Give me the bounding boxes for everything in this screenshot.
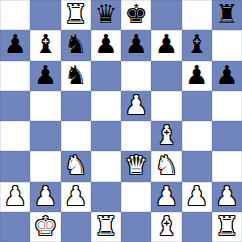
piece-white-pawn: ♟ <box>124 91 147 120</box>
piece-black-bishop: ♝ <box>185 30 208 59</box>
square-h1[interactable]: ♜ <box>212 212 242 242</box>
piece-black-knight: ♞ <box>64 30 87 59</box>
square-a1[interactable] <box>0 212 30 242</box>
piece-white-knight: ♞ <box>64 151 87 180</box>
square-d1[interactable]: ♜ <box>91 212 121 242</box>
square-e5[interactable]: ♟ <box>121 91 151 121</box>
piece-white-pawn: ♟ <box>155 182 178 211</box>
square-e1[interactable] <box>121 212 151 242</box>
square-g7[interactable]: ♝ <box>182 30 212 60</box>
piece-white-pawn: ♟ <box>34 182 57 211</box>
square-a3[interactable] <box>0 151 30 181</box>
piece-black-pawn: ♟ <box>215 61 238 90</box>
square-d6[interactable] <box>91 61 121 91</box>
square-g4[interactable] <box>182 121 212 151</box>
square-e2[interactable] <box>121 182 151 212</box>
square-e6[interactable] <box>121 61 151 91</box>
square-g3[interactable] <box>182 151 212 181</box>
square-c7[interactable]: ♞ <box>61 30 91 60</box>
piece-black-pawn: ♟ <box>185 61 208 90</box>
square-g6[interactable]: ♟ <box>182 61 212 91</box>
square-f2[interactable]: ♟ <box>151 182 181 212</box>
square-a2[interactable]: ♟ <box>0 182 30 212</box>
square-c5[interactable] <box>61 91 91 121</box>
square-g2[interactable]: ♟ <box>182 182 212 212</box>
piece-black-queen: ♛ <box>94 0 117 29</box>
piece-black-pawn: ♟ <box>3 30 26 59</box>
piece-black-pawn: ♟ <box>94 30 117 59</box>
piece-white-rook: ♜ <box>64 0 87 29</box>
square-f6[interactable] <box>151 61 181 91</box>
piece-white-bishop: ♝ <box>155 121 178 150</box>
square-f7[interactable]: ♟ <box>151 30 181 60</box>
square-a7[interactable]: ♟ <box>0 30 30 60</box>
square-h8[interactable]: ♜ <box>212 0 242 30</box>
piece-white-pawn: ♟ <box>215 182 238 211</box>
piece-black-rook: ♜ <box>215 0 238 29</box>
piece-black-pawn: ♟ <box>155 30 178 59</box>
piece-white-pawn: ♟ <box>64 182 87 211</box>
square-a6[interactable] <box>0 61 30 91</box>
square-c1[interactable] <box>61 212 91 242</box>
piece-white-rook: ♜ <box>94 212 117 241</box>
piece-white-bishop: ♝ <box>155 212 178 241</box>
square-b4[interactable] <box>30 121 60 151</box>
square-e7[interactable]: ♟ <box>121 30 151 60</box>
square-b3[interactable] <box>30 151 60 181</box>
square-h4[interactable] <box>212 121 242 151</box>
square-d2[interactable] <box>91 182 121 212</box>
square-e4[interactable] <box>121 121 151 151</box>
square-c6[interactable]: ♞ <box>61 61 91 91</box>
square-b6[interactable]: ♟ <box>30 61 60 91</box>
square-c2[interactable]: ♟ <box>61 182 91 212</box>
piece-white-king: ♚ <box>34 212 57 241</box>
square-d4[interactable] <box>91 121 121 151</box>
square-e8[interactable]: ♚ <box>121 0 151 30</box>
square-a4[interactable] <box>0 121 30 151</box>
square-b5[interactable] <box>30 91 60 121</box>
square-g8[interactable] <box>182 0 212 30</box>
piece-black-knight: ♞ <box>64 61 87 90</box>
square-f8[interactable] <box>151 0 181 30</box>
square-c8[interactable]: ♜ <box>61 0 91 30</box>
piece-white-rook: ♜ <box>215 212 238 241</box>
square-d5[interactable] <box>91 91 121 121</box>
square-f5[interactable] <box>151 91 181 121</box>
piece-black-pawn: ♟ <box>124 30 147 59</box>
square-h3[interactable] <box>212 151 242 181</box>
square-f3[interactable]: ♞ <box>151 151 181 181</box>
square-h7[interactable] <box>212 30 242 60</box>
square-c3[interactable]: ♞ <box>61 151 91 181</box>
piece-white-pawn: ♟ <box>3 182 26 211</box>
square-a5[interactable] <box>0 91 30 121</box>
square-d3[interactable] <box>91 151 121 181</box>
square-e3[interactable]: ♛ <box>121 151 151 181</box>
square-g1[interactable] <box>182 212 212 242</box>
square-a8[interactable] <box>0 0 30 30</box>
piece-white-pawn: ♟ <box>185 182 208 211</box>
square-b1[interactable]: ♚ <box>30 212 60 242</box>
square-h5[interactable] <box>212 91 242 121</box>
piece-white-knight: ♞ <box>155 151 178 180</box>
square-d8[interactable]: ♛ <box>91 0 121 30</box>
square-b2[interactable]: ♟ <box>30 182 60 212</box>
square-f4[interactable]: ♝ <box>151 121 181 151</box>
square-f1[interactable]: ♝ <box>151 212 181 242</box>
square-b8[interactable] <box>30 0 60 30</box>
square-d7[interactable]: ♟ <box>91 30 121 60</box>
square-g5[interactable] <box>182 91 212 121</box>
chess-board: ♜♛♚♜♟♝♞♟♟♟♝♟♞♟♟♟♝♞♛♞♟♟♟♟♟♟♚♜♝♜ <box>0 0 242 242</box>
piece-black-pawn: ♟ <box>34 61 57 90</box>
square-b7[interactable]: ♝ <box>30 30 60 60</box>
square-h2[interactable]: ♟ <box>212 182 242 212</box>
square-c4[interactable] <box>61 121 91 151</box>
square-h6[interactable]: ♟ <box>212 61 242 91</box>
piece-black-bishop: ♝ <box>34 30 57 59</box>
piece-white-queen: ♛ <box>124 151 147 180</box>
piece-black-king: ♚ <box>124 0 147 29</box>
